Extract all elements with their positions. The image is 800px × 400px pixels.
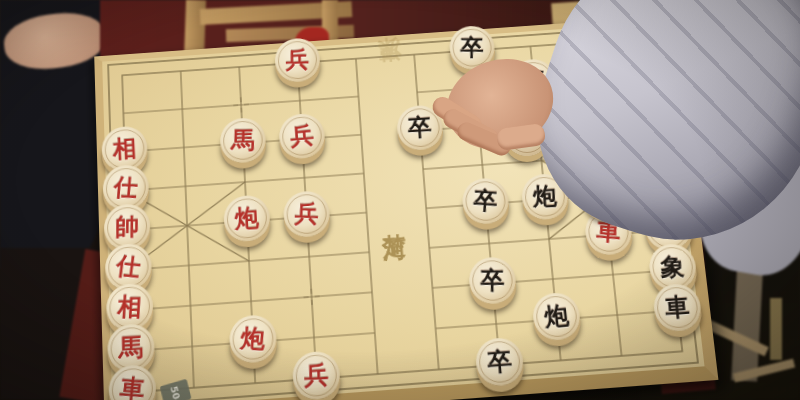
piece-character: 炮 xyxy=(543,303,570,330)
piece-character: 相 xyxy=(112,136,137,161)
piece-character: 炮 xyxy=(533,185,558,209)
piece-character: 兵 xyxy=(294,202,319,226)
piece-character: 卒 xyxy=(473,188,498,213)
piece-character: 兵 xyxy=(289,124,314,149)
piece-character: 炮 xyxy=(240,326,266,352)
piece-character: 相 xyxy=(117,295,143,320)
piece-character: 車 xyxy=(119,376,146,400)
piece-character: 車 xyxy=(664,295,691,321)
piece-character: 兵 xyxy=(304,363,329,389)
piece-character: 仕 xyxy=(115,254,142,280)
piece-character: 馬 xyxy=(231,129,255,152)
piece-character: 卒 xyxy=(407,115,432,139)
piece-character: 馬 xyxy=(119,335,144,361)
piece-character: 象 xyxy=(660,255,685,279)
piece-character: 卒 xyxy=(460,36,483,59)
wood-debris xyxy=(770,298,782,360)
piece-character: 帥 xyxy=(115,215,139,240)
xiangqi-photo-scene: 楚河 漢界 50 相仕帥仕相馬車馬炮炮兵兵兵兵車卒卒卒卒卒馬炮炮士將馬象車 xyxy=(0,0,800,400)
piece-character: 炮 xyxy=(234,206,259,231)
piece-character: 卒 xyxy=(480,268,505,292)
piece-character: 仕 xyxy=(113,176,139,200)
piece-character: 卒 xyxy=(486,349,513,376)
piece-character: 兵 xyxy=(286,49,310,72)
